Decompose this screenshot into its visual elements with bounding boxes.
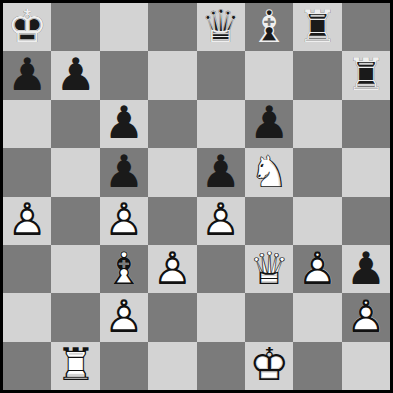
square-a3[interactable] — [3, 245, 51, 293]
square-h8[interactable] — [342, 3, 390, 51]
square-d4[interactable] — [148, 197, 196, 245]
square-a4[interactable]: ♟♙ — [3, 197, 51, 245]
white-pawn-icon: ♟♙ — [100, 293, 148, 341]
square-e3[interactable] — [197, 245, 245, 293]
white-pawn-icon: ♟♙ — [100, 197, 148, 245]
square-d2[interactable] — [148, 293, 196, 341]
square-a7[interactable]: ♟♙ — [3, 51, 51, 99]
white-pawn-icon: ♟♙ — [342, 293, 390, 341]
square-e4[interactable]: ♟♙ — [197, 197, 245, 245]
square-g7[interactable] — [293, 51, 341, 99]
square-c1[interactable] — [100, 342, 148, 390]
square-d6[interactable] — [148, 100, 196, 148]
square-e6[interactable] — [197, 100, 245, 148]
square-c4[interactable]: ♟♙ — [100, 197, 148, 245]
square-g5[interactable] — [293, 148, 341, 196]
square-f1[interactable]: ♚♔ — [245, 342, 293, 390]
square-c3[interactable]: ♝♗ — [100, 245, 148, 293]
square-f3[interactable]: ♛♕ — [245, 245, 293, 293]
white-pawn-icon: ♟♙ — [3, 197, 51, 245]
black-king-icon: ♚♔ — [3, 3, 51, 51]
square-c2[interactable]: ♟♙ — [100, 293, 148, 341]
square-d7[interactable] — [148, 51, 196, 99]
square-h7[interactable]: ♜♖ — [342, 51, 390, 99]
square-g1[interactable] — [293, 342, 341, 390]
square-f7[interactable] — [245, 51, 293, 99]
white-pawn-icon: ♟♙ — [148, 245, 196, 293]
white-pawn-icon: ♟♙ — [197, 197, 245, 245]
square-b8[interactable] — [51, 3, 99, 51]
square-e1[interactable] — [197, 342, 245, 390]
square-a5[interactable] — [3, 148, 51, 196]
square-f5[interactable]: ♞♘ — [245, 148, 293, 196]
square-e2[interactable] — [197, 293, 245, 341]
square-b2[interactable] — [51, 293, 99, 341]
black-pawn-icon: ♟♙ — [245, 100, 293, 148]
square-f4[interactable] — [245, 197, 293, 245]
black-pawn-icon: ♟♙ — [342, 245, 390, 293]
square-a1[interactable] — [3, 342, 51, 390]
square-e7[interactable] — [197, 51, 245, 99]
square-g2[interactable] — [293, 293, 341, 341]
white-queen-icon: ♛♕ — [245, 245, 293, 293]
black-pawn-icon: ♟♙ — [100, 148, 148, 196]
black-pawn-icon: ♟♙ — [197, 148, 245, 196]
square-b7[interactable]: ♟♙ — [51, 51, 99, 99]
square-a6[interactable] — [3, 100, 51, 148]
square-b4[interactable] — [51, 197, 99, 245]
square-g3[interactable]: ♟♙ — [293, 245, 341, 293]
black-bishop-icon: ♝♗ — [245, 3, 293, 51]
square-a8[interactable]: ♚♔ — [3, 3, 51, 51]
square-b6[interactable] — [51, 100, 99, 148]
square-h1[interactable] — [342, 342, 390, 390]
square-c6[interactable]: ♟♙ — [100, 100, 148, 148]
square-f2[interactable] — [245, 293, 293, 341]
square-h4[interactable] — [342, 197, 390, 245]
square-f6[interactable]: ♟♙ — [245, 100, 293, 148]
square-h3[interactable]: ♟♙ — [342, 245, 390, 293]
square-h2[interactable]: ♟♙ — [342, 293, 390, 341]
square-e5[interactable]: ♟♙ — [197, 148, 245, 196]
black-rook-icon: ♜♖ — [293, 3, 341, 51]
square-g8[interactable]: ♜♖ — [293, 3, 341, 51]
square-c7[interactable] — [100, 51, 148, 99]
square-c5[interactable]: ♟♙ — [100, 148, 148, 196]
square-d3[interactable]: ♟♙ — [148, 245, 196, 293]
square-e8[interactable]: ♛♕ — [197, 3, 245, 51]
white-rook-icon: ♜♖ — [51, 342, 99, 390]
black-queen-icon: ♛♕ — [197, 3, 245, 51]
chess-board-grid: ♚♔♛♕♝♗♜♖♟♙♟♙♜♖♟♙♟♙♟♙♟♙♞♘♟♙♟♙♟♙♝♗♟♙♛♕♟♙♟♙… — [3, 3, 390, 390]
chess-board: ♚♔♛♕♝♗♜♖♟♙♟♙♜♖♟♙♟♙♟♙♟♙♞♘♟♙♟♙♟♙♝♗♟♙♛♕♟♙♟♙… — [0, 0, 393, 393]
black-rook-icon: ♜♖ — [342, 51, 390, 99]
square-a2[interactable] — [3, 293, 51, 341]
square-c8[interactable] — [100, 3, 148, 51]
square-d5[interactable] — [148, 148, 196, 196]
square-h5[interactable] — [342, 148, 390, 196]
square-g6[interactable] — [293, 100, 341, 148]
black-pawn-icon: ♟♙ — [100, 100, 148, 148]
square-b1[interactable]: ♜♖ — [51, 342, 99, 390]
white-pawn-icon: ♟♙ — [293, 245, 341, 293]
black-pawn-icon: ♟♙ — [51, 51, 99, 99]
square-b5[interactable] — [51, 148, 99, 196]
square-d1[interactable] — [148, 342, 196, 390]
square-g4[interactable] — [293, 197, 341, 245]
white-knight-icon: ♞♘ — [245, 148, 293, 196]
square-f8[interactable]: ♝♗ — [245, 3, 293, 51]
white-bishop-icon: ♝♗ — [100, 245, 148, 293]
square-d8[interactable] — [148, 3, 196, 51]
square-b3[interactable] — [51, 245, 99, 293]
square-h6[interactable] — [342, 100, 390, 148]
black-pawn-icon: ♟♙ — [3, 51, 51, 99]
white-king-icon: ♚♔ — [245, 342, 293, 390]
